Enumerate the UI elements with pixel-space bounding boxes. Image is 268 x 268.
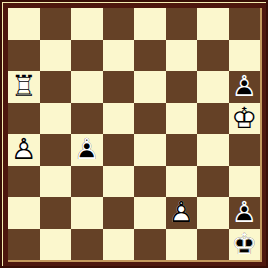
- black-king[interactable]: ♚♔: [229, 229, 261, 261]
- square-d2[interactable]: [103, 197, 135, 229]
- square-h5[interactable]: ♚♔: [229, 103, 261, 135]
- square-g6[interactable]: [197, 71, 229, 103]
- frame-bevel-bottom: [8, 260, 262, 262]
- square-c2[interactable]: [71, 197, 103, 229]
- piece-outline-glyph: ♙: [8, 134, 40, 166]
- piece-fill-glyph: ♟: [229, 71, 261, 103]
- square-f7[interactable]: [166, 40, 198, 72]
- square-c3[interactable]: [71, 166, 103, 198]
- piece-outline-glyph: ♙: [71, 134, 103, 166]
- white-king[interactable]: ♚♔: [229, 103, 261, 135]
- square-d5[interactable]: [103, 103, 135, 135]
- square-b3[interactable]: [40, 166, 72, 198]
- square-h3[interactable]: [229, 166, 261, 198]
- white-pawn[interactable]: ♟♙: [8, 134, 40, 166]
- square-b6[interactable]: [40, 71, 72, 103]
- square-c1[interactable]: [71, 229, 103, 261]
- square-h1[interactable]: ♚♔: [229, 229, 261, 261]
- square-a7[interactable]: [8, 40, 40, 72]
- piece-fill-glyph: ♜: [8, 71, 40, 103]
- square-b4[interactable]: [40, 134, 72, 166]
- square-e3[interactable]: [134, 166, 166, 198]
- square-d8[interactable]: [103, 8, 135, 40]
- square-a2[interactable]: [8, 197, 40, 229]
- square-d6[interactable]: [103, 71, 135, 103]
- frame-pinstripe-top: [2, 2, 266, 3]
- square-g1[interactable]: [197, 229, 229, 261]
- square-a3[interactable]: [8, 166, 40, 198]
- square-f6[interactable]: [166, 71, 198, 103]
- square-b5[interactable]: [40, 103, 72, 135]
- square-c4[interactable]: ♟♙: [71, 134, 103, 166]
- square-g3[interactable]: [197, 166, 229, 198]
- square-f4[interactable]: [166, 134, 198, 166]
- square-b2[interactable]: [40, 197, 72, 229]
- square-d4[interactable]: [103, 134, 135, 166]
- square-a4[interactable]: ♟♙: [8, 134, 40, 166]
- square-a6[interactable]: ♜♖: [8, 71, 40, 103]
- square-c6[interactable]: [71, 71, 103, 103]
- square-b8[interactable]: [40, 8, 72, 40]
- piece-outline-glyph: ♔: [229, 103, 261, 135]
- frame-bevel-right: [260, 8, 262, 262]
- frame-pinstripe-left: [2, 2, 3, 266]
- square-e2[interactable]: [134, 197, 166, 229]
- square-d1[interactable]: [103, 229, 135, 261]
- piece-fill-glyph: ♟: [166, 197, 198, 229]
- square-h6[interactable]: ♟♙: [229, 71, 261, 103]
- black-pawn[interactable]: ♟♙: [71, 134, 103, 166]
- piece-fill-glyph: ♟: [229, 197, 261, 229]
- square-d3[interactable]: [103, 166, 135, 198]
- board-frame: ♜♖♟♙♚♔♟♙♟♙♟♙♟♙♚♔: [0, 0, 268, 268]
- piece-outline-glyph: ♖: [8, 71, 40, 103]
- square-a1[interactable]: [8, 229, 40, 261]
- piece-outline-glyph: ♙: [229, 197, 261, 229]
- square-f5[interactable]: [166, 103, 198, 135]
- white-pawn[interactable]: ♟♙: [166, 197, 198, 229]
- square-e6[interactable]: [134, 71, 166, 103]
- piece-outline-glyph: ♔: [229, 229, 261, 261]
- black-pawn[interactable]: ♟♙: [229, 71, 261, 103]
- square-h2[interactable]: ♟♙: [229, 197, 261, 229]
- square-e7[interactable]: [134, 40, 166, 72]
- square-h7[interactable]: [229, 40, 261, 72]
- square-g2[interactable]: [197, 197, 229, 229]
- square-e5[interactable]: [134, 103, 166, 135]
- square-f8[interactable]: [166, 8, 198, 40]
- square-e8[interactable]: [134, 8, 166, 40]
- square-g7[interactable]: [197, 40, 229, 72]
- square-b7[interactable]: [40, 40, 72, 72]
- square-c7[interactable]: [71, 40, 103, 72]
- white-rook[interactable]: ♜♖: [8, 71, 40, 103]
- square-e4[interactable]: [134, 134, 166, 166]
- square-f3[interactable]: [166, 166, 198, 198]
- square-h8[interactable]: [229, 8, 261, 40]
- square-g4[interactable]: [197, 134, 229, 166]
- piece-outline-glyph: ♙: [166, 197, 198, 229]
- piece-fill-glyph: ♟: [71, 134, 103, 166]
- square-g8[interactable]: [197, 8, 229, 40]
- black-pawn[interactable]: ♟♙: [229, 197, 261, 229]
- square-d7[interactable]: [103, 40, 135, 72]
- piece-outline-glyph: ♙: [229, 71, 261, 103]
- square-e1[interactable]: [134, 229, 166, 261]
- piece-fill-glyph: ♚: [229, 229, 261, 261]
- square-c5[interactable]: [71, 103, 103, 135]
- square-a5[interactable]: [8, 103, 40, 135]
- chess-board: ♜♖♟♙♚♔♟♙♟♙♟♙♟♙♚♔: [8, 8, 260, 260]
- square-h4[interactable]: [229, 134, 261, 166]
- square-b1[interactable]: [40, 229, 72, 261]
- piece-fill-glyph: ♟: [8, 134, 40, 166]
- square-f1[interactable]: [166, 229, 198, 261]
- square-a8[interactable]: [8, 8, 40, 40]
- piece-fill-glyph: ♚: [229, 103, 261, 135]
- square-g5[interactable]: [197, 103, 229, 135]
- square-f2[interactable]: ♟♙: [166, 197, 198, 229]
- square-c8[interactable]: [71, 8, 103, 40]
